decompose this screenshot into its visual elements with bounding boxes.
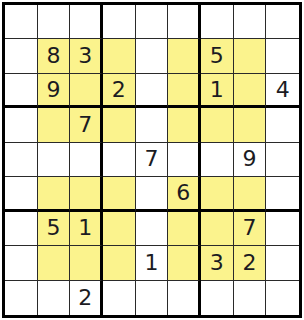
cell-r4c4[interactable] bbox=[103, 108, 136, 142]
cell-r4c9[interactable] bbox=[266, 108, 299, 142]
cell-r2c6[interactable] bbox=[168, 39, 201, 73]
cell-r3c4[interactable]: 2 bbox=[103, 74, 136, 108]
cell-r6c3[interactable] bbox=[70, 177, 103, 211]
cell-r3c1[interactable] bbox=[5, 74, 38, 108]
cell-r8c2[interactable] bbox=[38, 246, 71, 280]
cell-r3c6[interactable] bbox=[168, 74, 201, 108]
cell-r4c8[interactable] bbox=[234, 108, 267, 142]
cell-r7c4[interactable] bbox=[103, 212, 136, 246]
cell-r4c6[interactable] bbox=[168, 108, 201, 142]
cell-r7c1[interactable] bbox=[5, 212, 38, 246]
cell-r1c6[interactable] bbox=[168, 5, 201, 39]
cell-r5c4[interactable] bbox=[103, 143, 136, 177]
cell-r1c1[interactable] bbox=[5, 5, 38, 39]
cell-r4c3[interactable]: 7 bbox=[70, 108, 103, 142]
cell-r8c1[interactable] bbox=[5, 246, 38, 280]
cell-r7c6[interactable] bbox=[168, 212, 201, 246]
cell-r1c8[interactable] bbox=[234, 5, 267, 39]
cell-r7c7[interactable] bbox=[201, 212, 234, 246]
cell-r7c3[interactable]: 1 bbox=[70, 212, 103, 246]
cell-r2c5[interactable] bbox=[136, 39, 169, 73]
cell-r9c5[interactable] bbox=[136, 281, 169, 315]
cell-r8c9[interactable] bbox=[266, 246, 299, 280]
cell-r1c9[interactable] bbox=[266, 5, 299, 39]
cell-r6c9[interactable] bbox=[266, 177, 299, 211]
cell-r5c7[interactable] bbox=[201, 143, 234, 177]
cell-r8c7[interactable]: 3 bbox=[201, 246, 234, 280]
cell-r9c8[interactable] bbox=[234, 281, 267, 315]
cell-r1c5[interactable] bbox=[136, 5, 169, 39]
cell-r3c2[interactable]: 9 bbox=[38, 74, 71, 108]
cell-r2c1[interactable] bbox=[5, 39, 38, 73]
cell-r3c5[interactable] bbox=[136, 74, 169, 108]
cell-r8c3[interactable] bbox=[70, 246, 103, 280]
cell-r3c7[interactable]: 1 bbox=[201, 74, 234, 108]
cell-r6c8[interactable] bbox=[234, 177, 267, 211]
cell-r6c6[interactable]: 6 bbox=[168, 177, 201, 211]
cell-r6c7[interactable] bbox=[201, 177, 234, 211]
cell-r2c8[interactable] bbox=[234, 39, 267, 73]
cell-r9c9[interactable] bbox=[266, 281, 299, 315]
cell-r6c2[interactable] bbox=[38, 177, 71, 211]
cell-r2c9[interactable] bbox=[266, 39, 299, 73]
cell-r4c2[interactable] bbox=[38, 108, 71, 142]
cell-r3c9[interactable]: 4 bbox=[266, 74, 299, 108]
cell-r1c4[interactable] bbox=[103, 5, 136, 39]
cell-r8c4[interactable] bbox=[103, 246, 136, 280]
cell-r2c2[interactable]: 8 bbox=[38, 39, 71, 73]
cell-r9c7[interactable] bbox=[201, 281, 234, 315]
sudoku-board: 835921477965171322 bbox=[2, 2, 302, 318]
cell-r4c7[interactable] bbox=[201, 108, 234, 142]
cell-r1c2[interactable] bbox=[38, 5, 71, 39]
cell-r6c4[interactable] bbox=[103, 177, 136, 211]
cell-r2c3[interactable]: 3 bbox=[70, 39, 103, 73]
cell-r1c3[interactable] bbox=[70, 5, 103, 39]
cell-r9c3[interactable]: 2 bbox=[70, 281, 103, 315]
cell-r7c5[interactable] bbox=[136, 212, 169, 246]
cell-r5c5[interactable]: 7 bbox=[136, 143, 169, 177]
cell-r2c4[interactable] bbox=[103, 39, 136, 73]
cell-r8c8[interactable]: 2 bbox=[234, 246, 267, 280]
cell-r5c2[interactable] bbox=[38, 143, 71, 177]
cell-r4c5[interactable] bbox=[136, 108, 169, 142]
cell-r7c8[interactable]: 7 bbox=[234, 212, 267, 246]
cell-r8c6[interactable] bbox=[168, 246, 201, 280]
cell-r9c2[interactable] bbox=[38, 281, 71, 315]
cell-r6c1[interactable] bbox=[5, 177, 38, 211]
cell-r3c8[interactable] bbox=[234, 74, 267, 108]
cell-r5c8[interactable]: 9 bbox=[234, 143, 267, 177]
cell-r7c2[interactable]: 5 bbox=[38, 212, 71, 246]
cell-r4c1[interactable] bbox=[5, 108, 38, 142]
cell-r5c9[interactable] bbox=[266, 143, 299, 177]
cell-r1c7[interactable] bbox=[201, 5, 234, 39]
cell-r6c5[interactable] bbox=[136, 177, 169, 211]
cell-r9c6[interactable] bbox=[168, 281, 201, 315]
cell-r3c3[interactable] bbox=[70, 74, 103, 108]
cell-r5c3[interactable] bbox=[70, 143, 103, 177]
cell-r5c6[interactable] bbox=[168, 143, 201, 177]
cell-r5c1[interactable] bbox=[5, 143, 38, 177]
cell-r9c1[interactable] bbox=[5, 281, 38, 315]
cell-r8c5[interactable]: 1 bbox=[136, 246, 169, 280]
cell-r9c4[interactable] bbox=[103, 281, 136, 315]
cell-r2c7[interactable]: 5 bbox=[201, 39, 234, 73]
cell-r7c9[interactable] bbox=[266, 212, 299, 246]
